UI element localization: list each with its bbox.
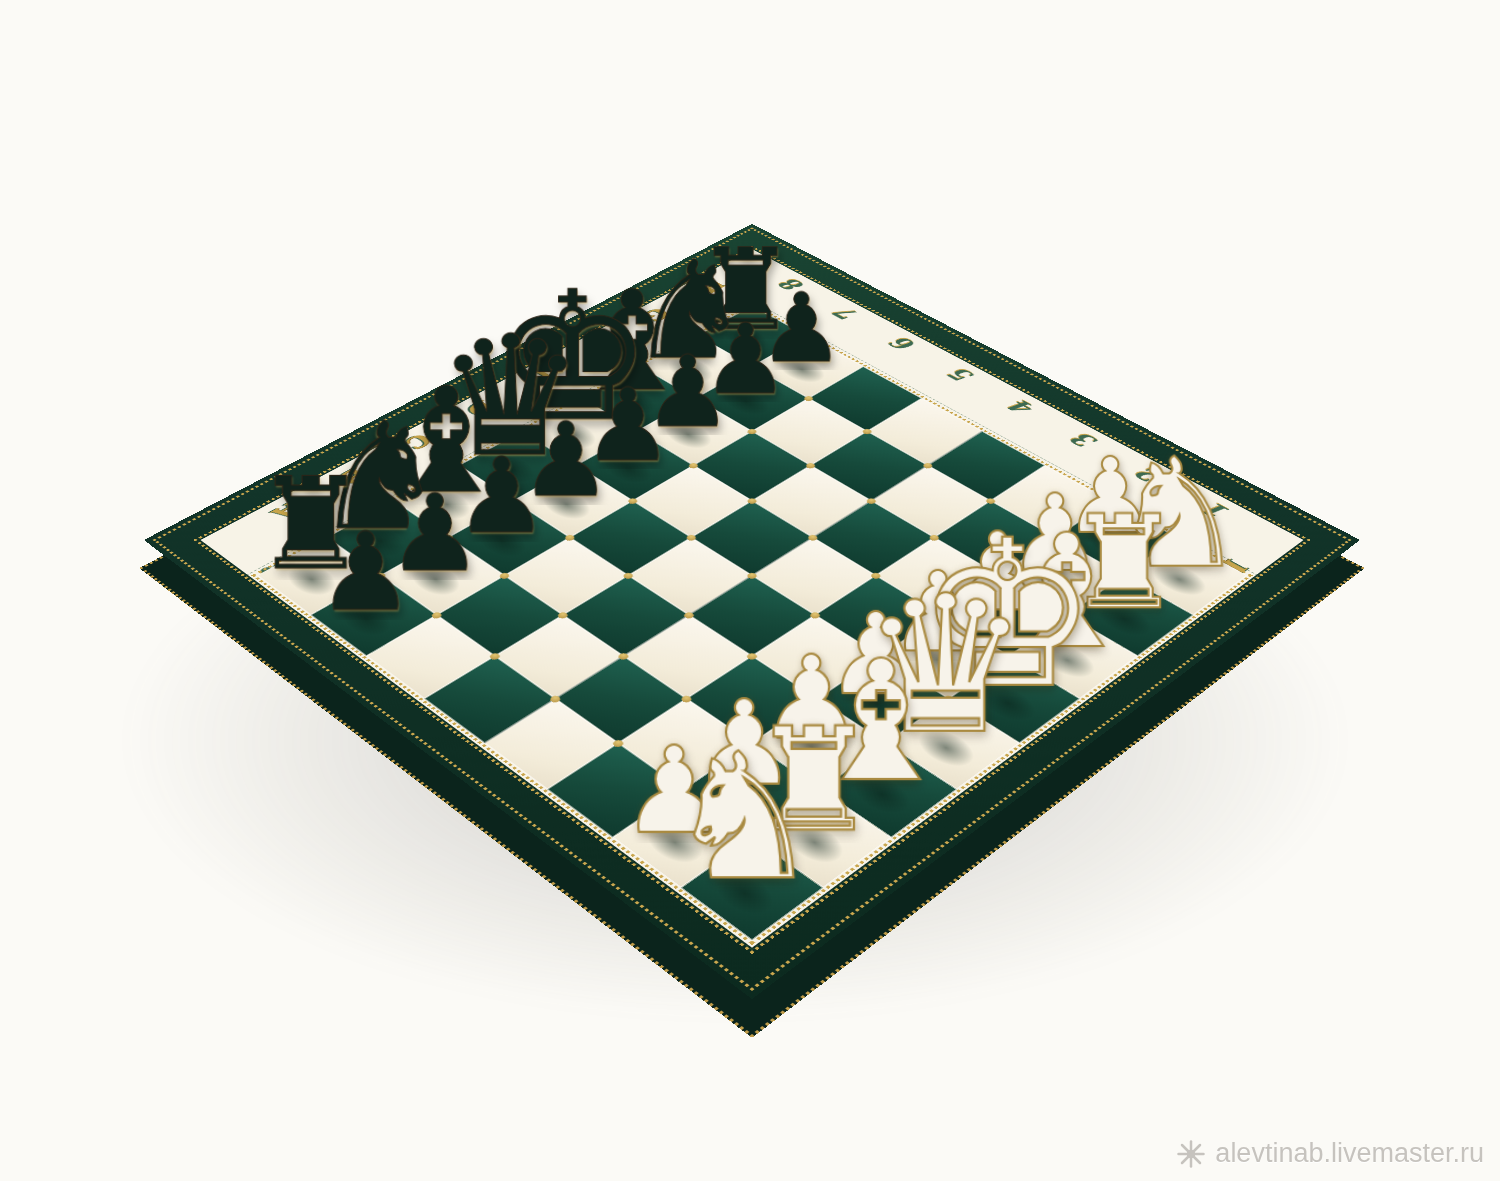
label-rank-far-4: 4: [1004, 397, 1041, 419]
snowflake-icon: [1176, 1139, 1206, 1169]
square-a1: ♞: [681, 837, 823, 940]
piece-black-pawn-a7: ♟: [241, 521, 490, 624]
watermark-text: alevtinab.livemaster.ru: [1215, 1138, 1484, 1169]
watermark: alevtinab.livemaster.ru: [1176, 1138, 1484, 1169]
playing-area: ♜♟♟♞♞♟♟♜♝♟♟♝♚♟♟♚♛♟♟♛♝♟♟♝♞♟♟♜♜♟♟♞: [257, 306, 1247, 940]
piece-white-knight-a1: ♞: [603, 735, 885, 900]
coordinate-border: 87654321 87654321 HGFEDCBA HGFEDCBA ♜♟♟♞…: [200, 249, 1303, 948]
board-outer-frame: 87654321 87654321 HGFEDCBA HGFEDCBA ♜♟♟♞…: [144, 224, 1360, 999]
label-rank-far-5: 5: [944, 365, 981, 386]
board-photo-scene: 87654321 87654321 HGFEDCBA HGFEDCBA ♜♟♟♞…: [0, 0, 1500, 1181]
square-c5: [563, 575, 689, 656]
chess-board: 87654321 87654321 HGFEDCBA HGFEDCBA ♜♟♟♞…: [144, 224, 1360, 999]
square-f5: [752, 465, 871, 537]
label-cell: 4: [979, 383, 1068, 433]
gold-vertex-dot: [804, 462, 816, 469]
